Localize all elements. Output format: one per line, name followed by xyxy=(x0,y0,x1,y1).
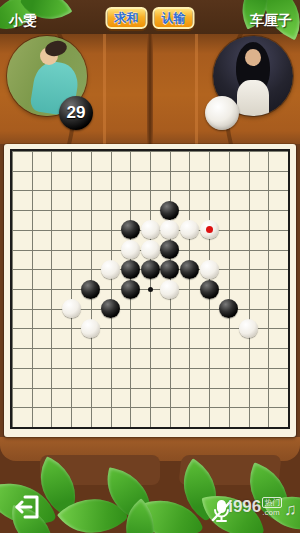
black-stone xyxy=(121,280,140,299)
black-stone xyxy=(101,299,120,318)
gomoku-board[interactable] xyxy=(4,144,296,437)
white-stone xyxy=(160,280,179,299)
white-stone xyxy=(180,220,199,239)
black-stone xyxy=(180,260,199,279)
white-stone xyxy=(81,319,100,338)
watermark-text: i996 xyxy=(228,497,261,517)
black-stone xyxy=(121,220,140,239)
black-stone xyxy=(121,260,140,279)
white-stone xyxy=(101,260,120,279)
door-plank-line xyxy=(103,34,106,144)
player-right-name: 车厘子 xyxy=(250,12,292,30)
black-stone xyxy=(160,260,179,279)
white-stone xyxy=(121,240,140,259)
white-stone xyxy=(141,240,160,259)
black-stone xyxy=(200,280,219,299)
resign-button[interactable]: 认输 xyxy=(153,7,195,29)
door-center-seam xyxy=(147,34,153,144)
player-left-name: 小雯 xyxy=(9,12,37,30)
action-buttons: 求和 认输 xyxy=(106,7,195,29)
black-stone xyxy=(81,280,100,299)
white-stone xyxy=(239,319,258,338)
white-stone-indicator xyxy=(205,96,239,130)
music-note-icon: ♫ xyxy=(284,500,297,520)
watermark: i996 热门 .com ♫ xyxy=(228,497,297,520)
draw-button[interactable]: 求和 xyxy=(106,7,148,29)
black-stone-timer: 29 xyxy=(59,96,93,130)
board-grid xyxy=(10,149,290,429)
watermark-domain: .com xyxy=(262,508,279,517)
avatar-dress xyxy=(237,80,269,116)
timer-value: 29 xyxy=(67,103,86,123)
black-stone xyxy=(160,240,179,259)
white-stone xyxy=(62,299,81,318)
white-stone xyxy=(160,220,179,239)
watermark-tag: 热门 xyxy=(262,497,282,508)
last-move-marker xyxy=(206,226,213,233)
white-stone xyxy=(141,220,160,239)
door-plank-line xyxy=(195,34,198,144)
black-stone xyxy=(219,299,238,318)
exit-icon xyxy=(17,497,37,517)
white-stone xyxy=(200,220,219,239)
black-stone xyxy=(160,201,179,220)
white-stone xyxy=(200,260,219,279)
exit-button[interactable] xyxy=(12,492,42,522)
black-stone xyxy=(141,260,160,279)
star-point xyxy=(148,287,153,292)
avatar-head xyxy=(245,49,261,66)
stone-layer xyxy=(2,141,298,437)
